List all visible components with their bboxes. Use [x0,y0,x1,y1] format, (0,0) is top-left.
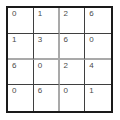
grid-cell-r4c1[interactable]: 0 [8,85,34,111]
grid-cell-r3c2[interactable]: 0 [34,60,60,86]
grid-cell-r1c2[interactable]: 1 [34,8,60,34]
grid-cell-r1c1[interactable]: 0 [8,8,34,34]
grid-cell-r4c3[interactable]: 0 [60,85,86,111]
grid-cell-r1c3[interactable]: 2 [60,8,86,34]
grid-cell-r2c1[interactable]: 1 [8,34,34,60]
grid-cell-r3c1[interactable]: 6 [8,60,34,86]
puzzle-board: 0126136060240601 [6,6,113,113]
grid-cell-r2c3[interactable]: 6 [60,34,86,60]
grid-cell-r4c2[interactable]: 6 [34,85,60,111]
grid-cell-r2c4[interactable]: 0 [85,34,111,60]
grid-cell-r3c4[interactable]: 4 [85,60,111,86]
grid-cell-r1c4[interactable]: 6 [85,8,111,34]
grid-cell-r3c3[interactable]: 2 [60,60,86,86]
grid-cell-r2c2[interactable]: 3 [34,34,60,60]
grid-cell-r4c4[interactable]: 1 [85,85,111,111]
